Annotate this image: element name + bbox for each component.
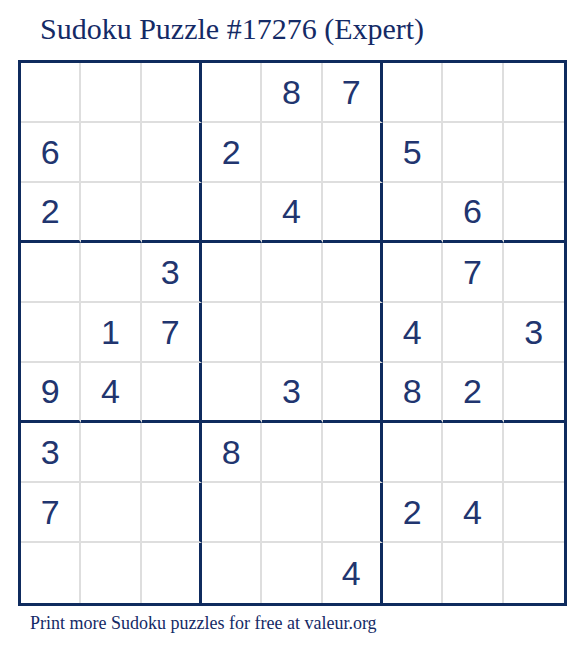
sudoku-cell-r5c7: 4 — [383, 303, 443, 363]
sudoku-cell-r7c6 — [323, 423, 383, 483]
sudoku-cell-r6c8: 2 — [443, 363, 503, 423]
sudoku-cell-r3c9 — [504, 183, 564, 243]
sudoku-cell-r6c7: 8 — [383, 363, 443, 423]
sudoku-cell-r5c9: 3 — [504, 303, 564, 363]
page-title: Sudoku Puzzle #17276 (Expert) — [40, 12, 424, 46]
sudoku-cell-r8c8: 4 — [443, 483, 503, 543]
sudoku-cell-r2c9 — [504, 123, 564, 183]
sudoku-cell-r9c4 — [202, 543, 262, 603]
sudoku-cell-r6c6 — [323, 363, 383, 423]
sudoku-cell-r9c5 — [262, 543, 322, 603]
footer-text: Print more Sudoku puzzles for free at va… — [30, 613, 377, 634]
sudoku-cell-r4c1 — [21, 243, 81, 303]
sudoku-cell-r8c9 — [504, 483, 564, 543]
sudoku-cell-r2c2 — [81, 123, 141, 183]
sudoku-cell-r1c8 — [443, 63, 503, 123]
sudoku-cell-r2c3 — [142, 123, 202, 183]
sudoku-cell-r3c6 — [323, 183, 383, 243]
sudoku-cell-r3c5: 4 — [262, 183, 322, 243]
sudoku-cell-r4c6 — [323, 243, 383, 303]
sudoku-cell-r3c3 — [142, 183, 202, 243]
sudoku-cell-r9c7 — [383, 543, 443, 603]
sudoku-cell-r7c7 — [383, 423, 443, 483]
sudoku-cell-r3c2 — [81, 183, 141, 243]
sudoku-cell-r4c7 — [383, 243, 443, 303]
sudoku-cell-r1c4 — [202, 63, 262, 123]
sudoku-cell-r3c1: 2 — [21, 183, 81, 243]
sudoku-cell-r1c9 — [504, 63, 564, 123]
sudoku-cell-r7c8 — [443, 423, 503, 483]
sudoku-cell-r6c4 — [202, 363, 262, 423]
sudoku-cell-r4c2 — [81, 243, 141, 303]
sudoku-cell-r2c7: 5 — [383, 123, 443, 183]
sudoku-cell-r8c4 — [202, 483, 262, 543]
sudoku-cell-r4c3: 3 — [142, 243, 202, 303]
sudoku-cell-r4c4 — [202, 243, 262, 303]
sudoku-cell-r6c5: 3 — [262, 363, 322, 423]
sudoku-cell-r8c1: 7 — [21, 483, 81, 543]
sudoku-cell-r9c6: 4 — [323, 543, 383, 603]
sudoku-cell-r7c5 — [262, 423, 322, 483]
sudoku-cell-r1c7 — [383, 63, 443, 123]
sudoku-page: Sudoku Puzzle #17276 (Expert) 8762524637… — [0, 0, 580, 651]
sudoku-cell-r6c9 — [504, 363, 564, 423]
sudoku-cell-r9c1 — [21, 543, 81, 603]
sudoku-cell-r9c9 — [504, 543, 564, 603]
sudoku-cell-r9c3 — [142, 543, 202, 603]
sudoku-cell-r1c3 — [142, 63, 202, 123]
sudoku-cell-r5c8 — [443, 303, 503, 363]
sudoku-cell-r2c8 — [443, 123, 503, 183]
sudoku-cell-r1c1 — [21, 63, 81, 123]
sudoku-cell-r2c4: 2 — [202, 123, 262, 183]
sudoku-cell-r1c2 — [81, 63, 141, 123]
sudoku-cell-r2c1: 6 — [21, 123, 81, 183]
sudoku-cell-r5c1 — [21, 303, 81, 363]
sudoku-cell-r2c6 — [323, 123, 383, 183]
sudoku-cell-r8c2 — [81, 483, 141, 543]
sudoku-cell-r7c1: 3 — [21, 423, 81, 483]
sudoku-cell-r4c9 — [504, 243, 564, 303]
sudoku-cell-r5c4 — [202, 303, 262, 363]
sudoku-cell-r5c5 — [262, 303, 322, 363]
sudoku-cell-r5c2: 1 — [81, 303, 141, 363]
sudoku-cell-r7c4: 8 — [202, 423, 262, 483]
sudoku-board: 8762524637174394382387244 — [18, 60, 567, 606]
sudoku-cell-r9c2 — [81, 543, 141, 603]
sudoku-cell-r3c4 — [202, 183, 262, 243]
sudoku-cell-r7c2 — [81, 423, 141, 483]
sudoku-cell-r8c3 — [142, 483, 202, 543]
sudoku-cell-r3c7 — [383, 183, 443, 243]
sudoku-cell-r6c1: 9 — [21, 363, 81, 423]
sudoku-cell-r4c5 — [262, 243, 322, 303]
sudoku-cell-r8c6 — [323, 483, 383, 543]
sudoku-cell-r8c5 — [262, 483, 322, 543]
sudoku-cell-r7c9 — [504, 423, 564, 483]
sudoku-cell-r3c8: 6 — [443, 183, 503, 243]
sudoku-cell-r6c2: 4 — [81, 363, 141, 423]
sudoku-cell-r1c5: 8 — [262, 63, 322, 123]
sudoku-cell-r1c6: 7 — [323, 63, 383, 123]
sudoku-cell-r7c3 — [142, 423, 202, 483]
sudoku-cell-r8c7: 2 — [383, 483, 443, 543]
sudoku-cell-r6c3 — [142, 363, 202, 423]
sudoku-cell-r2c5 — [262, 123, 322, 183]
sudoku-cell-r4c8: 7 — [443, 243, 503, 303]
sudoku-cell-r5c6 — [323, 303, 383, 363]
sudoku-cell-r9c8 — [443, 543, 503, 603]
sudoku-cell-r5c3: 7 — [142, 303, 202, 363]
